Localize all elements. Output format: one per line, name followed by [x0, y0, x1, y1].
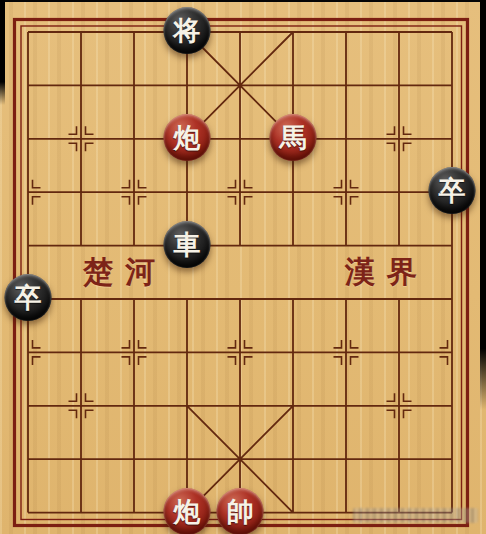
piece-black-chariot[interactable]: 車 [164, 221, 211, 268]
pieces-layer: 将炮馬卒車卒炮帥 [0, 0, 486, 534]
watermark-blur [353, 508, 478, 523]
piece-black-soldier-1[interactable]: 卒 [429, 167, 476, 214]
piece-red-cannon-2[interactable]: 炮 [164, 488, 211, 534]
piece-black-general[interactable]: 将 [164, 7, 211, 54]
xiangqi-board[interactable]: 楚河 漢界 将炮馬卒車卒炮帥 [0, 0, 486, 534]
piece-red-general[interactable]: 帥 [217, 488, 264, 534]
piece-red-horse[interactable]: 馬 [270, 114, 317, 161]
piece-black-soldier-2[interactable]: 卒 [5, 274, 52, 321]
piece-red-cannon-1[interactable]: 炮 [164, 114, 211, 161]
